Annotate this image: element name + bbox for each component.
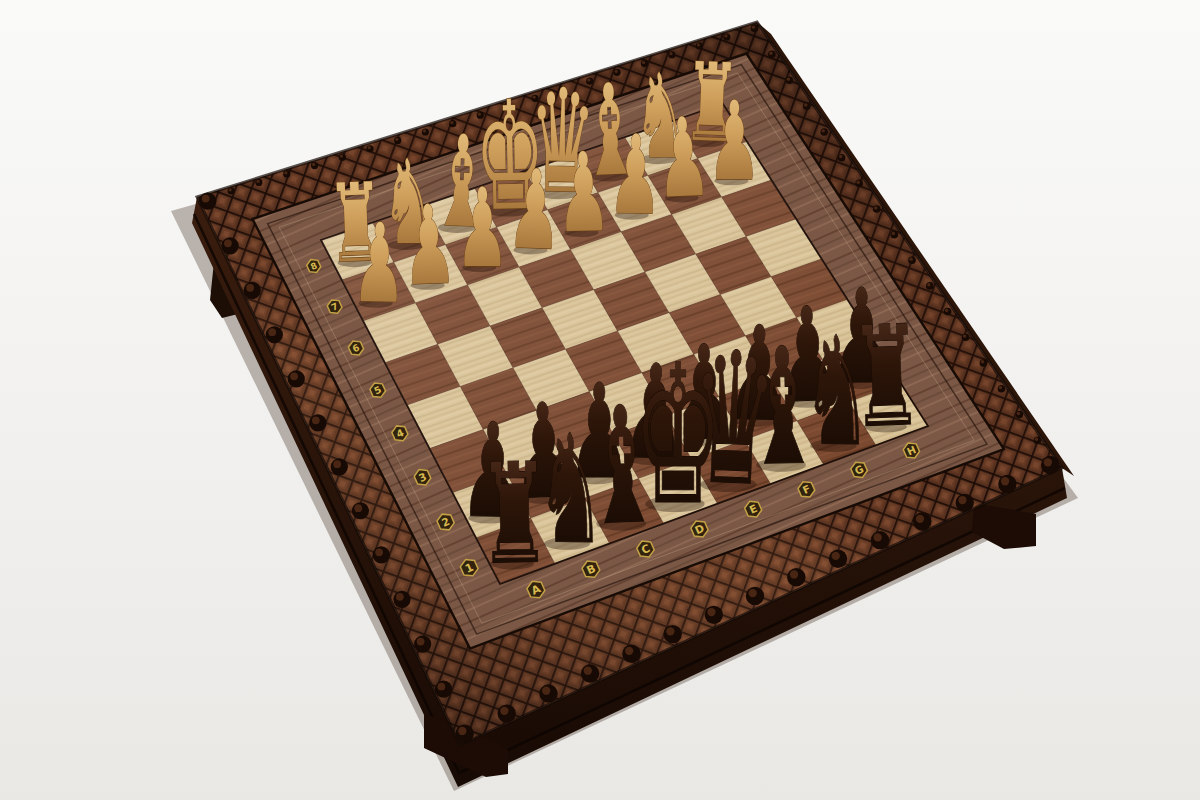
piece-black-rook-a1[interactable]: ♜ [477,433,552,596]
piece-white-pawn-f7[interactable]: ♟ [607,111,663,240]
chessboard-photo: 87654321ABCDEFGH♜♞♝♛♚♝♞♜♟♟♟♟♟♟♟♟♟♟♟♟♟♟♟♟… [0,0,1200,800]
piece-white-pawn-a7[interactable]: ♟ [351,199,407,328]
scene: 87654321ABCDEFGH♜♞♝♛♚♝♞♜♟♟♟♟♟♟♟♟♟♟♟♟♟♟♟♟… [0,0,1200,800]
piece-white-pawn-c7[interactable]: ♟ [455,164,509,292]
piece-white-pawn-h7[interactable]: ♟ [708,77,762,205]
piece-white-pawn-b7[interactable]: ♟ [400,181,459,311]
piece-white-pawn-d7[interactable]: ♟ [506,145,565,275]
